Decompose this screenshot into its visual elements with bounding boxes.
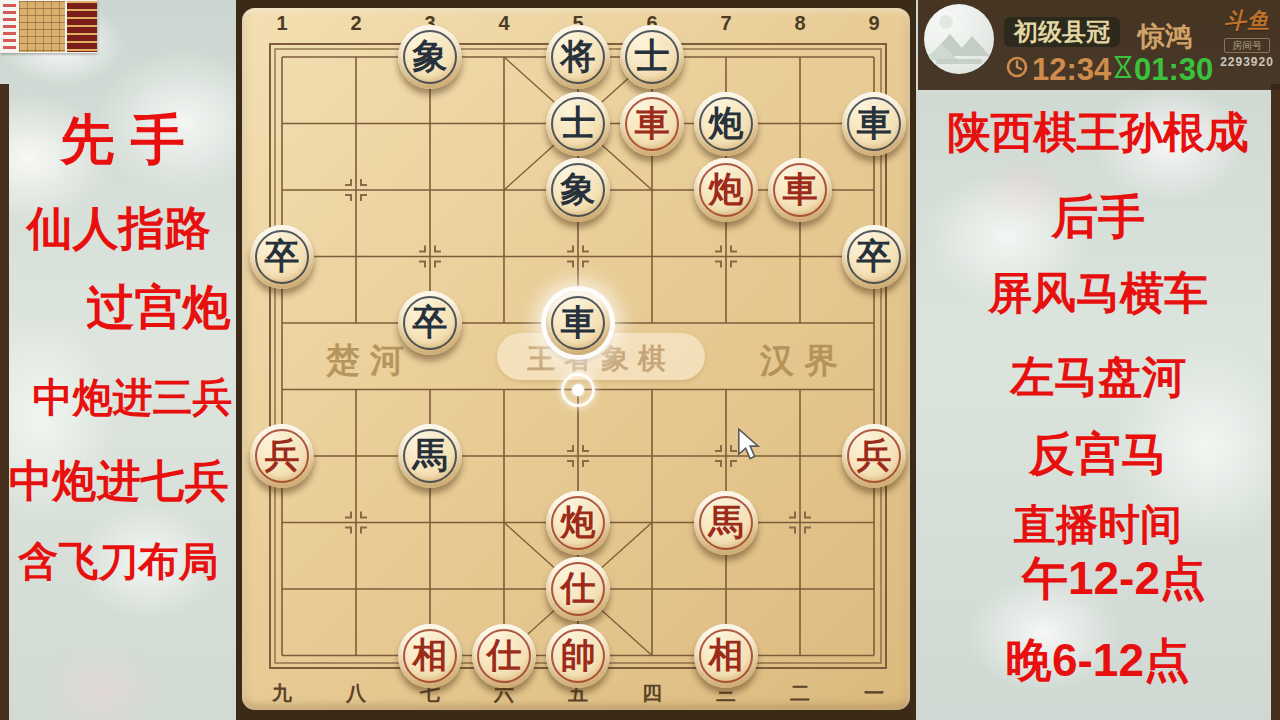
piece-black-士[interactable]: 士	[546, 92, 610, 156]
stream-clock: 12:34	[1032, 52, 1111, 88]
preview-thumbnail	[0, 0, 97, 53]
piece-glyph: 卒	[250, 225, 314, 289]
piece-glyph: 象	[546, 158, 610, 222]
piece-glyph: 卒	[398, 291, 462, 355]
piece-red-相[interactable]: 相	[398, 624, 462, 688]
piece-red-馬[interactable]: 馬	[694, 491, 758, 555]
room-number: 2293920	[1218, 55, 1276, 69]
piece-glyph: 将	[546, 25, 610, 89]
piece-black-車[interactable]: 車	[842, 92, 906, 156]
piece-glyph: 卒	[842, 225, 906, 289]
piece-glyph: 士	[620, 25, 684, 89]
piece-black-卒[interactable]: 卒	[250, 225, 314, 289]
piece-glyph: 相	[398, 624, 462, 688]
file-number-bottom-8: 二	[763, 680, 837, 707]
piece-black-車[interactable]: 車	[546, 291, 610, 355]
piece-black-炮[interactable]: 炮	[694, 92, 758, 156]
piece-glyph: 炮	[694, 92, 758, 156]
file-number-top-8: 8	[763, 12, 837, 35]
piece-glyph: 相	[694, 624, 758, 688]
rank-badge: 初级县冠	[1004, 17, 1120, 47]
board-backing: 123456789 九八七六五四三二一 楚河 汉界 王者象棋 象将士士車炮車象炮…	[236, 0, 916, 720]
douyu-logo: 斗鱼	[1218, 6, 1276, 36]
piece-glyph: 車	[768, 158, 832, 222]
piece-red-帥[interactable]: 帥	[546, 624, 610, 688]
piece-red-炮[interactable]: 炮	[694, 158, 758, 222]
stream-frame: 123456789 九八七六五四三二一 楚河 汉界 王者象棋 象将士士車炮車象炮…	[0, 0, 1280, 720]
thumbnail-right-panel	[67, 1, 97, 52]
piece-glyph: 車	[842, 92, 906, 156]
river-text-han: 汉界	[760, 338, 848, 384]
room-number-label: 房间号	[1224, 38, 1270, 53]
piece-red-車[interactable]: 車	[768, 158, 832, 222]
piece-black-将[interactable]: 将	[546, 25, 610, 89]
piece-red-炮[interactable]: 炮	[546, 491, 610, 555]
piece-glyph: 兵	[250, 424, 314, 488]
piece-glyph: 仕	[546, 557, 610, 621]
piece-glyph: 車	[620, 92, 684, 156]
clock-icon	[1006, 56, 1028, 78]
thumbnail-left-text	[3, 4, 16, 49]
piece-red-相[interactable]: 相	[694, 624, 758, 688]
piece-glyph: 馬	[398, 424, 462, 488]
file-number-top-4: 4	[467, 12, 541, 35]
file-number-bottom-2: 八	[319, 680, 393, 707]
piece-red-車[interactable]: 車	[620, 92, 684, 156]
left-edge-strip	[0, 84, 9, 720]
piece-red-兵[interactable]: 兵	[250, 424, 314, 488]
move-timer: 01:30	[1134, 52, 1213, 88]
piece-black-卒[interactable]: 卒	[398, 291, 462, 355]
piece-black-馬[interactable]: 馬	[398, 424, 462, 488]
file-number-top-1: 1	[245, 12, 319, 35]
file-number-top-9: 9	[837, 12, 911, 35]
mountain-avatar-icon	[924, 4, 994, 74]
piece-glyph: 馬	[694, 491, 758, 555]
file-number-top-2: 2	[319, 12, 393, 35]
piece-black-士[interactable]: 士	[620, 25, 684, 89]
file-number-bottom-9: 一	[837, 680, 911, 707]
right-flower-background	[916, 0, 1280, 720]
file-number-bottom-1: 九	[245, 680, 319, 707]
mouse-cursor	[736, 428, 762, 462]
piece-black-象[interactable]: 象	[398, 25, 462, 89]
left-flower-background	[0, 0, 236, 720]
piece-red-兵[interactable]: 兵	[842, 424, 906, 488]
streamer-avatar[interactable]	[924, 4, 994, 74]
thumbnail-mini-board	[19, 1, 65, 52]
file-number-bottom-6: 四	[615, 680, 689, 707]
file-number-top-7: 7	[689, 12, 763, 35]
piece-red-仕[interactable]: 仕	[472, 624, 536, 688]
piece-glyph: 兵	[842, 424, 906, 488]
piece-glyph: 炮	[546, 491, 610, 555]
piece-red-仕[interactable]: 仕	[546, 557, 610, 621]
piece-black-卒[interactable]: 卒	[842, 225, 906, 289]
xiangqi-board[interactable]: 123456789 九八七六五四三二一 楚河 汉界 王者象棋 象将士士車炮車象炮…	[242, 8, 910, 710]
piece-glyph: 仕	[472, 624, 536, 688]
piece-glyph: 象	[398, 25, 462, 89]
piece-glyph: 士	[546, 92, 610, 156]
right-edge-strip	[1271, 84, 1280, 720]
hourglass-icon	[1114, 56, 1132, 78]
piece-glyph: 炮	[694, 158, 758, 222]
streamer-name: 惊鸿	[1138, 19, 1192, 55]
piece-glyph: 車	[546, 291, 610, 355]
last-move-marker	[561, 373, 595, 407]
piece-glyph: 帥	[546, 624, 610, 688]
douyu-watermark: 斗鱼 房间号 2293920	[1218, 6, 1276, 69]
piece-black-象[interactable]: 象	[546, 158, 610, 222]
